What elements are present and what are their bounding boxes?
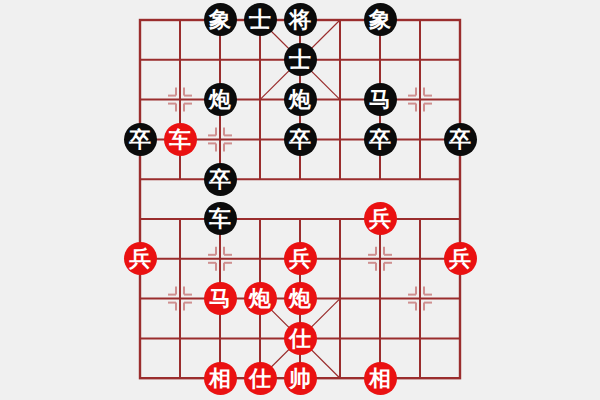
piece-red-cannon[interactable]: 炮 (244, 282, 277, 315)
piece-glyph: 炮 (289, 83, 311, 116)
board-point-c8r5 (440, 199, 480, 239)
board-point-c5r3 (320, 119, 360, 159)
board-point-c8r7 (440, 279, 480, 319)
piece-black-cannon[interactable]: 炮 (284, 83, 317, 116)
board-point-c6r4 (360, 159, 400, 199)
piece-black-advisor[interactable]: 士 (244, 3, 277, 36)
board-point-c3r7[interactable]: 炮 (240, 279, 280, 319)
board-point-c6r8 (360, 318, 400, 358)
xiangqi-board: 象士将象士炮炮马卒车卒卒卒卒车兵兵兵兵马炮炮仕相仕帅相 (0, 0, 600, 400)
board-point-c8r6[interactable]: 兵 (440, 239, 480, 279)
board-point-c8r9 (440, 358, 480, 398)
board-point-c0r9 (120, 358, 160, 398)
board-point-c6r6 (360, 239, 400, 279)
board-point-c1r6 (160, 239, 200, 279)
board-point-c4r1[interactable]: 士 (280, 40, 320, 80)
piece-glyph: 兵 (289, 242, 311, 275)
piece-black-soldier[interactable]: 卒 (364, 123, 397, 156)
board-point-c2r3 (200, 119, 240, 159)
piece-red-king[interactable]: 帅 (284, 362, 317, 395)
piece-black-elephant[interactable]: 象 (364, 3, 397, 36)
board-point-c3r5 (240, 199, 280, 239)
board-point-c3r4 (240, 159, 280, 199)
piece-glyph: 相 (209, 362, 231, 395)
board-point-c2r7[interactable]: 马 (200, 279, 240, 319)
board-point-c0r7 (120, 279, 160, 319)
board-point-c1r7 (160, 279, 200, 319)
piece-red-soldier[interactable]: 兵 (124, 242, 157, 275)
board-point-c0r4 (120, 159, 160, 199)
piece-red-chariot[interactable]: 车 (164, 123, 197, 156)
board-point-c3r1 (240, 40, 280, 80)
board-point-c4r7[interactable]: 炮 (280, 279, 320, 319)
board-point-c4r8[interactable]: 仕 (280, 318, 320, 358)
board-point-c8r3[interactable]: 卒 (440, 119, 480, 159)
piece-glyph: 兵 (449, 242, 471, 275)
board-point-c3r3 (240, 119, 280, 159)
board-point-c2r6 (200, 239, 240, 279)
board-point-c1r8 (160, 318, 200, 358)
board-point-c6r3[interactable]: 卒 (360, 119, 400, 159)
board-point-c5r8 (320, 318, 360, 358)
piece-glyph: 士 (289, 43, 311, 76)
board-point-c6r9[interactable]: 相 (360, 358, 400, 398)
board-point-c2r8 (200, 318, 240, 358)
piece-glyph: 象 (209, 3, 231, 36)
board-point-c0r8 (120, 318, 160, 358)
board-point-c0r2 (120, 80, 160, 120)
piece-black-general[interactable]: 将 (284, 3, 317, 36)
piece-red-soldier[interactable]: 兵 (444, 242, 477, 275)
board-point-c7r1 (400, 40, 440, 80)
board-point-c3r6 (240, 239, 280, 279)
board-point-c0r6[interactable]: 兵 (120, 239, 160, 279)
board-point-c3r9[interactable]: 仕 (240, 358, 280, 398)
board-point-c2r2[interactable]: 炮 (200, 80, 240, 120)
board-point-c6r2[interactable]: 马 (360, 80, 400, 120)
piece-black-cannon[interactable]: 炮 (204, 83, 237, 116)
piece-glyph: 炮 (289, 282, 311, 315)
board-point-c4r5 (280, 199, 320, 239)
board-point-c4r4 (280, 159, 320, 199)
piece-red-advisor[interactable]: 仕 (284, 322, 317, 355)
board-point-c2r4[interactable]: 卒 (200, 159, 240, 199)
board-point-c0r3[interactable]: 卒 (120, 119, 160, 159)
piece-glyph: 兵 (369, 202, 391, 235)
piece-black-soldier[interactable]: 卒 (124, 123, 157, 156)
piece-glyph: 卒 (289, 123, 311, 156)
piece-glyph: 将 (289, 3, 311, 36)
piece-black-advisor[interactable]: 士 (284, 43, 317, 76)
board-point-c4r6[interactable]: 兵 (280, 239, 320, 279)
board-point-c6r1 (360, 40, 400, 80)
piece-black-soldier[interactable]: 卒 (444, 123, 477, 156)
board-point-c7r5 (400, 199, 440, 239)
piece-glyph: 卒 (129, 123, 151, 156)
piece-glyph: 相 (369, 362, 391, 395)
board-point-c5r4 (320, 159, 360, 199)
board-point-c1r4 (160, 159, 200, 199)
piece-red-cannon[interactable]: 炮 (284, 282, 317, 315)
piece-black-soldier[interactable]: 卒 (284, 123, 317, 156)
piece-red-soldier[interactable]: 兵 (364, 202, 397, 235)
board-point-c0r5 (120, 199, 160, 239)
board-point-c1r9 (160, 358, 200, 398)
board-point-c7r0 (400, 0, 440, 40)
board-point-c1r0 (160, 0, 200, 40)
piece-glyph: 车 (209, 202, 231, 235)
board-point-c1r2 (160, 80, 200, 120)
piece-glyph: 炮 (209, 83, 231, 116)
board-point-c0r1 (120, 40, 160, 80)
board-point-c3r8 (240, 318, 280, 358)
board-intersections: 象士将象士炮炮马卒车卒卒卒卒车兵兵兵兵马炮炮仕相仕帅相 (120, 0, 480, 398)
board-point-c8r2 (440, 80, 480, 120)
piece-glyph: 卒 (209, 163, 231, 196)
board-point-c3r2 (240, 80, 280, 120)
piece-black-chariot[interactable]: 车 (204, 202, 237, 235)
board-point-c1r1 (160, 40, 200, 80)
piece-red-elephant[interactable]: 相 (204, 362, 237, 395)
piece-glyph: 象 (369, 3, 391, 36)
piece-red-soldier[interactable]: 兵 (284, 242, 317, 275)
piece-glyph: 卒 (449, 123, 471, 156)
board-point-c7r9 (400, 358, 440, 398)
board-point-c2r0[interactable]: 象 (200, 0, 240, 40)
piece-glyph: 车 (169, 123, 191, 156)
board-point-c8r4 (440, 159, 480, 199)
board-point-c4r9[interactable]: 帅 (280, 358, 320, 398)
board-point-c6r0[interactable]: 象 (360, 0, 400, 40)
board-point-c1r3[interactable]: 车 (160, 119, 200, 159)
piece-glyph: 士 (249, 3, 271, 36)
board-point-c3r0[interactable]: 士 (240, 0, 280, 40)
piece-black-horse[interactable]: 马 (364, 83, 397, 116)
board-point-c5r0 (320, 0, 360, 40)
board-point-c8r1 (440, 40, 480, 80)
board-point-c5r6 (320, 239, 360, 279)
piece-glyph: 卒 (369, 123, 391, 156)
piece-red-elephant[interactable]: 相 (364, 362, 397, 395)
piece-glyph: 仕 (289, 322, 311, 355)
piece-glyph: 兵 (129, 242, 151, 275)
board-point-c6r5[interactable]: 兵 (360, 199, 400, 239)
piece-black-soldier[interactable]: 卒 (204, 163, 237, 196)
board-point-c5r9 (320, 358, 360, 398)
board-point-c2r1 (200, 40, 240, 80)
board-point-c5r5 (320, 199, 360, 239)
board-point-c1r5 (160, 199, 200, 239)
board-point-c5r2 (320, 80, 360, 120)
board-point-c7r8 (400, 318, 440, 358)
board-point-c6r7 (360, 279, 400, 319)
board-point-c0r0 (120, 0, 160, 40)
board-point-c5r1 (320, 40, 360, 80)
piece-red-horse[interactable]: 马 (204, 282, 237, 315)
board-point-c7r7 (400, 279, 440, 319)
board-point-c7r2 (400, 80, 440, 120)
piece-glyph: 马 (369, 83, 391, 116)
piece-glyph: 帅 (289, 362, 311, 395)
board-point-c8r0 (440, 0, 480, 40)
board-point-c2r5[interactable]: 车 (200, 199, 240, 239)
board-point-c5r7 (320, 279, 360, 319)
piece-glyph: 仕 (249, 362, 271, 395)
board-point-c7r4 (400, 159, 440, 199)
piece-red-advisor[interactable]: 仕 (244, 362, 277, 395)
board-point-c4r2[interactable]: 炮 (280, 80, 320, 120)
board-point-c2r9[interactable]: 相 (200, 358, 240, 398)
piece-glyph: 马 (209, 282, 231, 315)
piece-glyph: 炮 (249, 282, 271, 315)
board-point-c4r0[interactable]: 将 (280, 0, 320, 40)
board-point-c7r6 (400, 239, 440, 279)
board-point-c8r8 (440, 318, 480, 358)
board-point-c7r3 (400, 119, 440, 159)
board-point-c4r3[interactable]: 卒 (280, 119, 320, 159)
piece-black-elephant[interactable]: 象 (204, 3, 237, 36)
